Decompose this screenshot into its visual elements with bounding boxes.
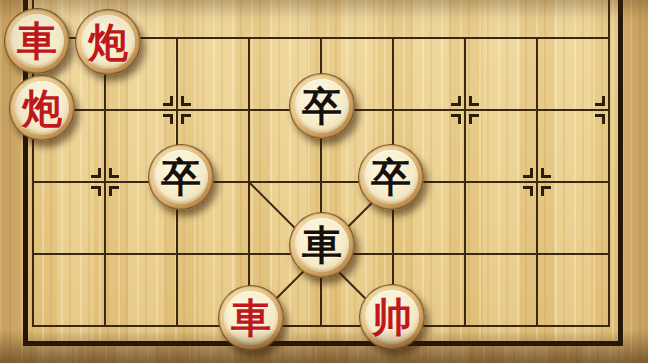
marker-h8-bracket <box>523 186 533 196</box>
piece-face: 車 <box>224 291 278 345</box>
marker-b8-bracket <box>91 186 101 196</box>
piece-red-chariot-d10[interactable]: 車 <box>218 285 284 351</box>
piece-face: 炮 <box>81 15 135 69</box>
piece-glyph-black: 卒 <box>161 157 201 197</box>
piece-red-general-f10[interactable]: 帅 <box>359 284 425 350</box>
marker-c7-bracket <box>163 114 173 124</box>
marker-g7-bracket <box>469 114 479 124</box>
piece-face: 炮 <box>15 81 69 135</box>
piece-face: 卒 <box>295 79 349 133</box>
piece-glyph-red: 車 <box>17 21 57 61</box>
piece-glyph-black: 卒 <box>302 86 342 126</box>
piece-face: 卒 <box>154 150 208 204</box>
piece-glyph-black: 車 <box>302 225 342 265</box>
marker-b8-bracket <box>91 168 101 178</box>
marker-g7-bracket <box>469 96 479 106</box>
marker-g7-bracket <box>451 114 461 124</box>
piece-black-soldier-c8[interactable]: 卒 <box>148 144 214 210</box>
piece-face: 卒 <box>364 150 418 204</box>
piece-face: 帅 <box>365 290 419 344</box>
marker-c7-bracket <box>181 96 191 106</box>
piece-red-cannon-b6[interactable]: 炮 <box>75 9 141 75</box>
marker-g7-bracket <box>451 96 461 106</box>
piece-red-cannon-a7[interactable]: 炮 <box>9 75 75 141</box>
marker-i7-bracket <box>595 96 605 106</box>
piece-face: 車 <box>295 218 349 272</box>
piece-red-chariot-a6[interactable]: 車 <box>4 8 70 74</box>
marker-h8-bracket <box>541 168 551 178</box>
piece-glyph-red: 炮 <box>88 22 128 62</box>
marker-c7-bracket <box>163 96 173 106</box>
xiangqi-board: 車炮炮卒卒卒車車帅 <box>0 0 648 363</box>
piece-glyph-red: 帅 <box>372 297 412 337</box>
marker-i7-bracket <box>595 114 605 124</box>
piece-black-soldier-f8[interactable]: 卒 <box>358 144 424 210</box>
marker-b8-bracket <box>109 186 119 196</box>
piece-face: 車 <box>10 14 64 68</box>
piece-black-soldier-e7[interactable]: 卒 <box>289 73 355 139</box>
piece-glyph-red: 炮 <box>22 88 62 128</box>
marker-h8-bracket <box>523 168 533 178</box>
piece-glyph-red: 車 <box>231 298 271 338</box>
marker-c7-bracket <box>181 114 191 124</box>
marker-b8-bracket <box>109 168 119 178</box>
marker-h8-bracket <box>541 186 551 196</box>
piece-glyph-black: 卒 <box>371 157 411 197</box>
piece-black-chariot-e9[interactable]: 車 <box>289 212 355 278</box>
